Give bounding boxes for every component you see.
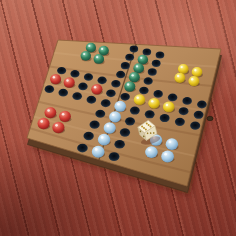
marble-red[interactable] — [50, 74, 61, 84]
marble-red[interactable] — [44, 107, 56, 118]
hole — [160, 114, 170, 122]
marble-red[interactable] — [52, 122, 64, 133]
marble-yellow[interactable] — [134, 94, 145, 105]
marble-green[interactable] — [81, 51, 91, 61]
hole — [153, 90, 162, 98]
hole — [144, 77, 153, 84]
hole — [130, 46, 139, 53]
hole — [145, 110, 155, 118]
marble-green[interactable] — [133, 63, 144, 73]
marble-highlight — [101, 136, 104, 139]
hole — [116, 71, 125, 78]
marble-green[interactable] — [99, 46, 109, 56]
marble-green[interactable] — [124, 81, 135, 91]
hole — [175, 118, 185, 126]
hole — [87, 96, 97, 104]
marble-red[interactable] — [91, 84, 102, 95]
hole — [114, 140, 125, 149]
marble-highlight — [177, 75, 179, 77]
marble-blue[interactable] — [161, 150, 174, 162]
hole — [168, 94, 178, 102]
marble-highlight — [136, 97, 138, 99]
marble-green[interactable] — [138, 55, 148, 65]
marble-highlight — [131, 74, 133, 76]
marble-highlight — [166, 104, 168, 106]
hole — [197, 101, 207, 109]
marble-highlight — [106, 125, 109, 128]
hole — [148, 68, 157, 75]
marble-highlight — [140, 57, 142, 59]
marble-highlight — [66, 79, 68, 81]
marble-highlight — [148, 149, 151, 152]
marble-highlight — [95, 148, 98, 151]
marble-highlight — [83, 53, 85, 55]
hole — [143, 48, 152, 55]
hole — [139, 87, 148, 95]
marble-red[interactable] — [59, 111, 71, 122]
marble-blue[interactable] — [166, 138, 178, 150]
marble-red[interactable] — [38, 118, 50, 129]
marble-highlight — [194, 69, 196, 71]
marble-green[interactable] — [86, 43, 96, 53]
hole — [58, 89, 68, 97]
marble-blue[interactable] — [109, 111, 121, 122]
marble-blue[interactable] — [92, 146, 105, 158]
marble-highlight — [47, 109, 50, 112]
hole — [111, 80, 120, 88]
marble-yellow[interactable] — [188, 76, 199, 86]
marble-highlight — [94, 86, 96, 88]
marble-blue[interactable] — [145, 146, 158, 158]
marble-highlight — [55, 124, 58, 127]
marble-highlight — [62, 113, 65, 116]
marble-highlight — [101, 48, 103, 50]
hole — [84, 73, 93, 80]
hole — [179, 107, 189, 115]
hole — [190, 122, 200, 130]
marble-yellow[interactable] — [174, 73, 185, 83]
marble-highlight — [88, 45, 90, 47]
hole — [70, 70, 79, 77]
marble-green[interactable] — [129, 72, 140, 82]
marble-highlight — [40, 120, 43, 123]
hole — [182, 97, 192, 105]
marble-highlight — [117, 103, 119, 105]
hole — [109, 152, 120, 161]
marble-blue[interactable] — [104, 122, 116, 133]
hole — [77, 144, 88, 153]
marble-green[interactable] — [94, 54, 104, 64]
hole — [106, 89, 116, 97]
hole — [152, 60, 161, 67]
marble-highlight — [180, 66, 182, 68]
marble-highlight — [191, 78, 193, 80]
hole — [78, 83, 87, 91]
marble-highlight — [127, 83, 129, 85]
marble-highlight — [151, 100, 153, 102]
hole — [156, 51, 165, 58]
clasp — [207, 116, 213, 120]
marble-highlight — [112, 114, 115, 117]
marble-highlight — [53, 76, 55, 78]
marble-highlight — [164, 153, 167, 156]
marble-highlight — [136, 65, 138, 67]
hole — [95, 110, 105, 118]
hole — [120, 93, 130, 101]
hole — [194, 111, 204, 119]
hole — [83, 132, 93, 140]
hole — [45, 85, 54, 93]
marble-yellow[interactable] — [163, 101, 175, 112]
marble-highlight — [96, 56, 98, 58]
hole — [125, 54, 134, 61]
marble-yellow[interactable] — [192, 67, 203, 77]
hole — [101, 99, 111, 107]
marble-yellow[interactable] — [148, 98, 159, 109]
hole — [121, 62, 130, 69]
marble-yellow[interactable] — [178, 64, 189, 74]
hole — [57, 67, 66, 74]
hole — [125, 117, 135, 125]
marble-red[interactable] — [64, 77, 75, 87]
hole — [130, 107, 140, 115]
hole — [120, 128, 130, 136]
marble-blue[interactable] — [114, 101, 126, 112]
hole — [97, 77, 106, 85]
marble-highlight — [169, 141, 172, 144]
hole — [90, 121, 100, 129]
hole — [72, 92, 82, 100]
marble-blue[interactable] — [98, 134, 110, 146]
ludo-board — [0, 0, 236, 236]
photo-scene — [0, 0, 236, 236]
